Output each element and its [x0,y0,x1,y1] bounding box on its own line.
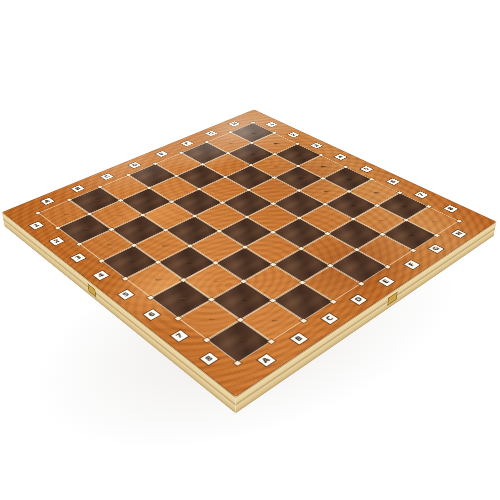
grid-intersection-dot [330,300,337,304]
piece-glyph: ♜ [209,299,268,336]
file-label-chip: G [429,244,444,253]
grid-intersection-dot [234,361,241,366]
rank-label-chip: 7 [171,330,188,342]
file-label-chip: C [321,313,338,324]
square-h4[interactable] [330,250,388,284]
rank-label-chip: 2 [49,237,64,245]
grid-intersection-dot [126,174,131,177]
file-label-chip: B [290,333,307,345]
grid-intersection-dot [434,234,440,237]
file-label-chip: E [155,151,167,157]
grid-intersection-dot [35,212,41,215]
rank-label-chip: 6 [144,309,161,320]
latch-icon [88,285,95,296]
grid-intersection-dot [268,339,275,344]
file-label-chip: F [181,141,193,147]
piece-glyph: ♟ [385,202,435,231]
rank-label-chip: 5 [118,289,134,299]
photo-stage: AA11BB22CC33DD44EE55FF66GG77HH88♜♞♝♛♚♝♞♜… [0,0,500,500]
grid-intersection-dot [196,188,201,191]
chess-board: AA11BB22CC33DD44EE55FF66GG77HH88♜♞♝♛♚♝♞♜… [2,109,497,397]
rank-label-chip: 3 [71,253,86,262]
square-f3[interactable] [300,204,353,233]
file-label-chip: D [351,294,367,304]
file-label-chip: D [129,162,142,168]
file-label-chip: E [378,277,394,287]
board-surface: AA11BB22CC33DD44EE55FF66GG77HH88♜♞♝♛♚♝♞♜… [2,109,497,397]
rank-label-chip: 1 [29,221,43,229]
file-label-chip: A [257,354,275,366]
grid-intersection-dot [300,319,307,323]
rank-label-chip: 4 [94,271,110,280]
scene: AA11BB22CC33DD44EE55FF66GG77HH88♜♞♝♛♚♝♞♜… [0,0,500,500]
hinge-icon [388,293,397,305]
file-label-chip: F [404,260,419,269]
file-label-chip: H [452,230,467,238]
grid-intersection-dot [55,226,61,229]
rank-label-chip: 8 [201,353,219,365]
